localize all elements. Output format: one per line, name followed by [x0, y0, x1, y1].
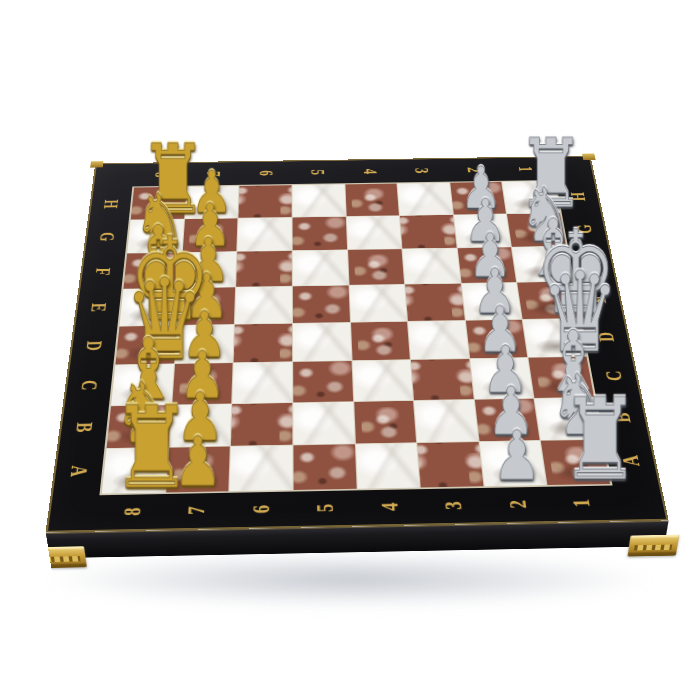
square-b4	[354, 401, 417, 444]
coord-top-1: 1	[516, 166, 535, 172]
square-a4	[355, 443, 419, 488]
square-g3	[400, 215, 456, 249]
square-h6	[239, 185, 292, 218]
coord-bottom-6: 6	[250, 505, 273, 514]
square-d3	[408, 320, 469, 359]
square-a5	[293, 445, 356, 490]
square-b6	[231, 403, 292, 446]
square-e6	[235, 286, 292, 323]
coord-top-2: 2	[465, 167, 484, 173]
square-c3	[411, 359, 473, 400]
square-a6	[230, 446, 293, 491]
corner-foot-front-left	[34, 546, 87, 568]
coord-bottom-1: 1	[570, 499, 594, 508]
coord-top-3: 3	[413, 168, 432, 174]
coord-left-H: H	[101, 199, 121, 208]
coord-left-E: E	[88, 303, 109, 312]
square-e3	[405, 284, 464, 321]
piece-silver-rook-a1: ♜	[550, 384, 613, 497]
coord-left-G: G	[97, 232, 117, 241]
board-squares: ♜♟♟♜♞♟♟♞♝♟♟♝♚♟♟♚♛♟♟♛♝♟♟♝♞♟♟♞♜♟♟♜	[102, 181, 610, 494]
square-f3	[403, 248, 461, 283]
square-d4	[351, 321, 410, 360]
square-h3	[398, 183, 453, 215]
square-g4	[346, 216, 401, 250]
board-shadow	[42, 552, 657, 607]
square-c4	[352, 360, 413, 401]
square-d6	[234, 323, 292, 362]
square-b3	[414, 400, 478, 443]
square-f6	[236, 251, 291, 287]
coord-bottom-8: 8	[121, 507, 144, 516]
coord-left-D: D	[83, 341, 105, 351]
square-c5	[293, 361, 353, 402]
board-frame: ♜♟♟♜♞♟♟♞♝♟♟♝♚♟♟♚♛♟♟♛♝♟♟♝♞♟♟♞♜♟♟♜ 8765432…	[46, 156, 669, 533]
corner-foot-back-left	[90, 161, 103, 168]
square-e4	[349, 284, 407, 321]
square-b5	[293, 402, 354, 445]
square-g5	[292, 216, 346, 250]
coord-bottom-5: 5	[314, 504, 337, 513]
coord-right-H: H	[568, 192, 588, 201]
square-a1: ♜	[541, 440, 610, 485]
coord-top-6: 6	[257, 170, 275, 176]
coord-top-8: 8	[152, 172, 171, 178]
coord-bottom-2: 2	[506, 500, 529, 509]
square-a2: ♟	[479, 441, 546, 486]
coord-left-F: F	[93, 268, 113, 276]
square-d5	[293, 322, 351, 361]
square-g6	[238, 217, 292, 251]
coord-bottom-3: 3	[442, 501, 465, 510]
square-e5	[293, 285, 350, 322]
square-c6	[233, 362, 293, 403]
piece-silver-pawn-a2: ♟	[485, 422, 548, 491]
square-a3	[417, 442, 483, 487]
corner-foot-front-right	[627, 535, 679, 557]
chess-board: ♜♟♟♜♞♟♟♞♝♟♟♝♚♟♟♚♛♟♟♛♝♟♟♝♞♟♟♞♜♟♟♜ 8765432…	[46, 156, 669, 533]
coord-left-B: B	[73, 422, 96, 432]
square-h5	[292, 184, 345, 216]
square-f5	[293, 250, 348, 286]
chess-set-photo: ♜♟♟♜♞♟♟♞♝♟♟♝♚♟♟♚♛♟♟♛♝♟♟♝♞♟♟♞♜♟♟♜ 8765432…	[0, 0, 700, 700]
coord-top-4: 4	[361, 169, 379, 175]
coord-top-7: 7	[205, 171, 223, 177]
coord-left-A: A	[67, 465, 90, 477]
coord-top-5: 5	[309, 169, 327, 175]
piece-gold-rook-a8: ♜	[101, 392, 164, 506]
square-f4	[348, 249, 405, 285]
coord-bottom-4: 4	[378, 502, 401, 511]
coord-left-C: C	[78, 380, 100, 391]
coord-bottom-7: 7	[185, 506, 208, 515]
square-a8: ♜	[102, 448, 168, 494]
square-h4	[345, 183, 399, 215]
